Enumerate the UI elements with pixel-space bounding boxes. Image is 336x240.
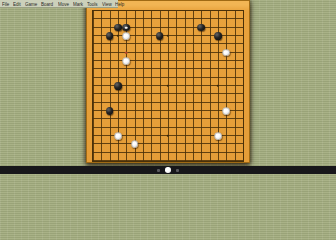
- goban-grid[interactable]: [92, 10, 244, 162]
- menu-item-move[interactable]: Move: [58, 1, 69, 6]
- menu-item-edit[interactable]: Edit: [13, 1, 21, 6]
- white-stone-R7[interactable]: [222, 107, 230, 115]
- black-stone-Q16[interactable]: [214, 32, 222, 40]
- menu-item-file[interactable]: File: [2, 1, 9, 6]
- black-stone-N17[interactable]: [197, 24, 205, 32]
- menu-item-view[interactable]: View: [102, 1, 112, 6]
- black-stone-J16[interactable]: [156, 32, 164, 40]
- black-stone-D17[interactable]: [114, 24, 122, 32]
- white-stone-Q4[interactable]: [214, 132, 222, 140]
- white-stone-E16[interactable]: [122, 32, 130, 40]
- nav-right-icon[interactable]: [176, 169, 179, 172]
- white-stone-F3[interactable]: [131, 140, 139, 148]
- menu-item-board[interactable]: Board: [41, 1, 53, 6]
- red-dot-marker: [125, 51, 128, 54]
- black-stone-E17[interactable]: [122, 24, 130, 32]
- nav-left-icon[interactable]: [157, 169, 160, 172]
- white-stone-R14[interactable]: [222, 49, 230, 57]
- menu-bar: FileEditGameBoardMoveMarkToolsViewHelp: [0, 0, 118, 8]
- hoshi-point: [117, 35, 119, 37]
- hoshi-point: [167, 35, 169, 37]
- black-stone-C7[interactable]: [106, 107, 114, 115]
- hoshi-point: [167, 85, 169, 87]
- black-stone-C16[interactable]: [106, 32, 114, 40]
- white-to-move-icon: [165, 167, 171, 173]
- menu-item-tools[interactable]: Tools: [87, 1, 98, 6]
- menu-item-mark[interactable]: Mark: [73, 1, 83, 6]
- white-stone-E13[interactable]: [122, 57, 130, 65]
- last-move-marker: [125, 26, 128, 29]
- menu-item-game[interactable]: Game: [25, 1, 37, 6]
- go-board[interactable]: [86, 0, 250, 163]
- hoshi-point: [167, 135, 169, 137]
- black-stone-D10[interactable]: [114, 82, 122, 90]
- white-stone-D4[interactable]: [114, 132, 122, 140]
- hoshi-point: [217, 85, 219, 87]
- menu-item-help[interactable]: Help: [115, 1, 124, 6]
- status-bar: [0, 166, 336, 174]
